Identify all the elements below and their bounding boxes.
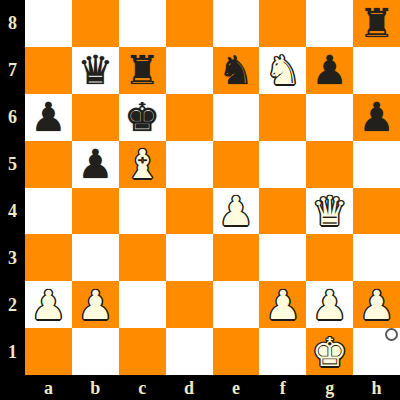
square-g3[interactable]	[306, 234, 353, 281]
square-f8[interactable]	[259, 0, 306, 47]
square-f6[interactable]	[259, 94, 306, 141]
rank-label-2: 2	[0, 281, 25, 328]
square-h6[interactable]: ♟	[353, 94, 400, 141]
piece-black-pawn-g7[interactable]: ♟	[312, 47, 348, 93]
square-e1[interactable]	[213, 328, 260, 375]
square-c5[interactable]: ♝	[119, 141, 166, 188]
square-b4[interactable]	[72, 188, 119, 235]
piece-white-pawn-f2[interactable]: ♟	[265, 282, 301, 328]
square-h4[interactable]	[353, 188, 400, 235]
rank-label-6: 6	[0, 94, 25, 141]
file-label-g: g	[306, 375, 353, 400]
piece-white-bishop-c5[interactable]: ♝	[124, 141, 160, 187]
piece-white-pawn-h2[interactable]: ♟	[359, 282, 395, 328]
square-a8[interactable]	[25, 0, 72, 47]
square-e7[interactable]: ♞	[213, 47, 260, 94]
piece-black-pawn-a6[interactable]: ♟	[31, 94, 67, 140]
square-g2[interactable]: ♟	[306, 281, 353, 328]
square-d8[interactable]	[166, 0, 213, 47]
square-h5[interactable]	[353, 141, 400, 188]
square-c4[interactable]	[119, 188, 166, 235]
piece-white-pawn-g2[interactable]: ♟	[312, 282, 348, 328]
square-d5[interactable]	[166, 141, 213, 188]
square-f7[interactable]: ♞	[259, 47, 306, 94]
square-d4[interactable]	[166, 188, 213, 235]
piece-black-pawn-b5[interactable]: ♟	[77, 141, 113, 187]
square-d1[interactable]	[166, 328, 213, 375]
square-f5[interactable]	[259, 141, 306, 188]
square-b3[interactable]	[72, 234, 119, 281]
square-g4[interactable]: ♛	[306, 188, 353, 235]
square-a3[interactable]	[25, 234, 72, 281]
board: ♜♛♜♞♞♟♟♚♟♟♝♟♛♟♟♟♟♟♚	[25, 0, 400, 375]
square-c1[interactable]	[119, 328, 166, 375]
square-g1[interactable]: ♚	[306, 328, 353, 375]
square-a6[interactable]: ♟	[25, 94, 72, 141]
piece-black-rook-h8[interactable]: ♜	[359, 0, 395, 46]
file-label-e: e	[213, 375, 260, 400]
square-a4[interactable]	[25, 188, 72, 235]
square-h2[interactable]: ♟	[353, 281, 400, 328]
square-b6[interactable]	[72, 94, 119, 141]
square-a7[interactable]	[25, 47, 72, 94]
square-b5[interactable]: ♟	[72, 141, 119, 188]
square-g6[interactable]	[306, 94, 353, 141]
file-label-b: b	[72, 375, 119, 400]
piece-white-pawn-b2[interactable]: ♟	[77, 282, 113, 328]
square-d3[interactable]	[166, 234, 213, 281]
square-f1[interactable]	[259, 328, 306, 375]
piece-black-queen-b7[interactable]: ♛	[77, 47, 113, 93]
square-g5[interactable]	[306, 141, 353, 188]
white-to-move-indicator	[385, 328, 398, 341]
piece-black-rook-c7[interactable]: ♜	[124, 47, 160, 93]
file-labels: abcdefgh	[25, 375, 400, 400]
rank-labels: 87654321	[0, 0, 25, 375]
square-e3[interactable]	[213, 234, 260, 281]
square-b1[interactable]	[72, 328, 119, 375]
piece-black-king-c6[interactable]: ♚	[124, 94, 160, 140]
square-e5[interactable]	[213, 141, 260, 188]
square-g8[interactable]	[306, 0, 353, 47]
square-e6[interactable]	[213, 94, 260, 141]
square-d6[interactable]	[166, 94, 213, 141]
square-h7[interactable]	[353, 47, 400, 94]
rank-label-4: 4	[0, 188, 25, 235]
square-e4[interactable]: ♟	[213, 188, 260, 235]
square-c2[interactable]	[119, 281, 166, 328]
piece-white-knight-f7[interactable]: ♞	[265, 47, 301, 93]
file-label-d: d	[166, 375, 213, 400]
chess-board-screenshot: 87654321 ♜♛♜♞♞♟♟♚♟♟♝♟♛♟♟♟♟♟♚ abcdefgh	[0, 0, 400, 400]
rank-label-7: 7	[0, 47, 25, 94]
square-d2[interactable]	[166, 281, 213, 328]
square-g7[interactable]: ♟	[306, 47, 353, 94]
piece-white-queen-g4[interactable]: ♛	[312, 188, 348, 234]
square-a1[interactable]	[25, 328, 72, 375]
square-f4[interactable]	[259, 188, 306, 235]
square-d7[interactable]	[166, 47, 213, 94]
square-a2[interactable]: ♟	[25, 281, 72, 328]
file-label-h: h	[353, 375, 400, 400]
square-b7[interactable]: ♛	[72, 47, 119, 94]
rank-label-5: 5	[0, 141, 25, 188]
piece-white-king-g1[interactable]: ♚	[312, 329, 348, 375]
rank-label-1: 1	[0, 328, 25, 375]
square-c3[interactable]	[119, 234, 166, 281]
square-b2[interactable]: ♟	[72, 281, 119, 328]
square-a5[interactable]	[25, 141, 72, 188]
square-b8[interactable]	[72, 0, 119, 47]
square-f3[interactable]	[259, 234, 306, 281]
piece-white-pawn-a2[interactable]: ♟	[31, 282, 67, 328]
square-e2[interactable]	[213, 281, 260, 328]
file-label-f: f	[259, 375, 306, 400]
piece-white-pawn-e4[interactable]: ♟	[218, 188, 254, 234]
square-c7[interactable]: ♜	[119, 47, 166, 94]
square-h8[interactable]: ♜	[353, 0, 400, 47]
piece-black-pawn-h6[interactable]: ♟	[359, 94, 395, 140]
rank-label-3: 3	[0, 234, 25, 281]
square-e8[interactable]	[213, 0, 260, 47]
piece-black-knight-e7[interactable]: ♞	[218, 47, 254, 93]
rank-label-8: 8	[0, 0, 25, 47]
square-c6[interactable]: ♚	[119, 94, 166, 141]
square-c8[interactable]	[119, 0, 166, 47]
square-h3[interactable]	[353, 234, 400, 281]
square-f2[interactable]: ♟	[259, 281, 306, 328]
file-label-a: a	[25, 375, 72, 400]
file-label-c: c	[119, 375, 166, 400]
